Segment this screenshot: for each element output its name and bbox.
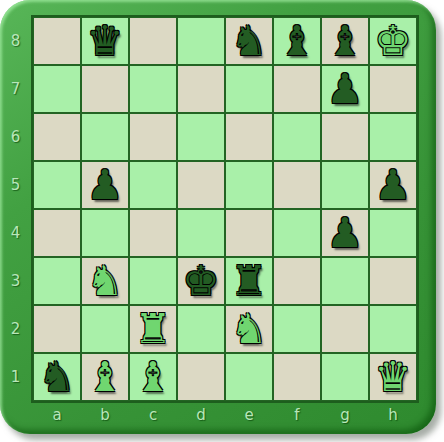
square-b3[interactable]: ♞ bbox=[81, 257, 129, 305]
square-c5[interactable] bbox=[129, 161, 177, 209]
piece-light-knight[interactable]: ♞ bbox=[81, 257, 129, 305]
piece-light-queen[interactable]: ♛ bbox=[369, 353, 417, 401]
square-g5[interactable] bbox=[321, 161, 369, 209]
piece-dark-queen[interactable]: ♛ bbox=[81, 17, 129, 65]
piece-dark-king[interactable]: ♚ bbox=[177, 257, 225, 305]
square-c3[interactable] bbox=[129, 257, 177, 305]
chess-board: ♛♞♝♝♚♟♟♟♟♞♚♜♜♞♞♝♝♛ bbox=[31, 15, 419, 403]
square-a7[interactable] bbox=[33, 65, 81, 113]
square-b6[interactable] bbox=[81, 113, 129, 161]
rank-label-4: 4 bbox=[1, 209, 30, 257]
chess-app: ♛♞♝♝♚♟♟♟♟♞♚♜♜♞♞♝♝♛ 87654321 abcdefgh bbox=[0, 0, 444, 442]
square-e3[interactable]: ♜ bbox=[225, 257, 273, 305]
piece-dark-knight[interactable]: ♞ bbox=[225, 17, 273, 65]
square-e6[interactable] bbox=[225, 113, 273, 161]
piece-dark-pawn[interactable]: ♟ bbox=[81, 161, 129, 209]
square-d8[interactable] bbox=[177, 17, 225, 65]
rank-label-1: 1 bbox=[1, 353, 30, 401]
file-label-b: b bbox=[81, 403, 129, 427]
square-h6[interactable] bbox=[369, 113, 417, 161]
piece-dark-pawn[interactable]: ♟ bbox=[321, 209, 369, 257]
square-b2[interactable] bbox=[81, 305, 129, 353]
square-b4[interactable] bbox=[81, 209, 129, 257]
square-a8[interactable] bbox=[33, 17, 81, 65]
square-d6[interactable] bbox=[177, 113, 225, 161]
square-g8[interactable]: ♝ bbox=[321, 17, 369, 65]
square-a1[interactable]: ♞ bbox=[33, 353, 81, 401]
square-b8[interactable]: ♛ bbox=[81, 17, 129, 65]
square-f6[interactable] bbox=[273, 113, 321, 161]
square-d7[interactable] bbox=[177, 65, 225, 113]
piece-light-bishop[interactable]: ♝ bbox=[81, 353, 129, 401]
piece-dark-pawn[interactable]: ♟ bbox=[321, 65, 369, 113]
file-label-g: g bbox=[321, 403, 369, 427]
square-a6[interactable] bbox=[33, 113, 81, 161]
square-c2[interactable]: ♜ bbox=[129, 305, 177, 353]
piece-dark-bishop[interactable]: ♝ bbox=[321, 17, 369, 65]
rank-label-8: 8 bbox=[1, 17, 30, 65]
square-c4[interactable] bbox=[129, 209, 177, 257]
square-e1[interactable] bbox=[225, 353, 273, 401]
file-label-f: f bbox=[273, 403, 321, 427]
square-f2[interactable] bbox=[273, 305, 321, 353]
square-h1[interactable]: ♛ bbox=[369, 353, 417, 401]
square-f5[interactable] bbox=[273, 161, 321, 209]
file-label-e: e bbox=[225, 403, 273, 427]
file-label-h: h bbox=[369, 403, 417, 427]
piece-dark-knight[interactable]: ♞ bbox=[33, 353, 81, 401]
square-a4[interactable] bbox=[33, 209, 81, 257]
piece-dark-rook[interactable]: ♜ bbox=[225, 257, 273, 305]
square-f8[interactable]: ♝ bbox=[273, 17, 321, 65]
square-h3[interactable] bbox=[369, 257, 417, 305]
board-frame: ♛♞♝♝♚♟♟♟♟♞♚♜♜♞♞♝♝♛ 87654321 abcdefgh bbox=[0, 0, 436, 434]
square-d4[interactable] bbox=[177, 209, 225, 257]
square-d3[interactable]: ♚ bbox=[177, 257, 225, 305]
file-label-d: d bbox=[177, 403, 225, 427]
square-f3[interactable] bbox=[273, 257, 321, 305]
piece-light-king[interactable]: ♚ bbox=[369, 17, 417, 65]
square-f4[interactable] bbox=[273, 209, 321, 257]
square-d1[interactable] bbox=[177, 353, 225, 401]
square-h4[interactable] bbox=[369, 209, 417, 257]
file-label-a: a bbox=[33, 403, 81, 427]
square-a5[interactable] bbox=[33, 161, 81, 209]
piece-light-knight[interactable]: ♞ bbox=[225, 305, 273, 353]
file-label-c: c bbox=[129, 403, 177, 427]
piece-dark-bishop[interactable]: ♝ bbox=[273, 17, 321, 65]
square-h2[interactable] bbox=[369, 305, 417, 353]
square-g2[interactable] bbox=[321, 305, 369, 353]
square-b5[interactable]: ♟ bbox=[81, 161, 129, 209]
square-e2[interactable]: ♞ bbox=[225, 305, 273, 353]
square-g7[interactable]: ♟ bbox=[321, 65, 369, 113]
square-d5[interactable] bbox=[177, 161, 225, 209]
square-g3[interactable] bbox=[321, 257, 369, 305]
piece-light-rook[interactable]: ♜ bbox=[129, 305, 177, 353]
square-f1[interactable] bbox=[273, 353, 321, 401]
square-e8[interactable]: ♞ bbox=[225, 17, 273, 65]
rank-label-2: 2 bbox=[1, 305, 30, 353]
square-g1[interactable] bbox=[321, 353, 369, 401]
square-b7[interactable] bbox=[81, 65, 129, 113]
square-e4[interactable] bbox=[225, 209, 273, 257]
rank-label-5: 5 bbox=[1, 161, 30, 209]
square-h5[interactable]: ♟ bbox=[369, 161, 417, 209]
piece-dark-pawn[interactable]: ♟ bbox=[369, 161, 417, 209]
piece-light-bishop[interactable]: ♝ bbox=[129, 353, 177, 401]
square-a3[interactable] bbox=[33, 257, 81, 305]
square-b1[interactable]: ♝ bbox=[81, 353, 129, 401]
square-f7[interactable] bbox=[273, 65, 321, 113]
square-e5[interactable] bbox=[225, 161, 273, 209]
square-a2[interactable] bbox=[33, 305, 81, 353]
square-c6[interactable] bbox=[129, 113, 177, 161]
square-d2[interactable] bbox=[177, 305, 225, 353]
square-e7[interactable] bbox=[225, 65, 273, 113]
rank-label-7: 7 bbox=[1, 65, 30, 113]
square-c8[interactable] bbox=[129, 17, 177, 65]
square-h7[interactable] bbox=[369, 65, 417, 113]
square-c1[interactable]: ♝ bbox=[129, 353, 177, 401]
square-h8[interactable]: ♚ bbox=[369, 17, 417, 65]
square-g4[interactable]: ♟ bbox=[321, 209, 369, 257]
square-g6[interactable] bbox=[321, 113, 369, 161]
rank-label-6: 6 bbox=[1, 113, 30, 161]
square-c7[interactable] bbox=[129, 65, 177, 113]
rank-label-3: 3 bbox=[1, 257, 30, 305]
